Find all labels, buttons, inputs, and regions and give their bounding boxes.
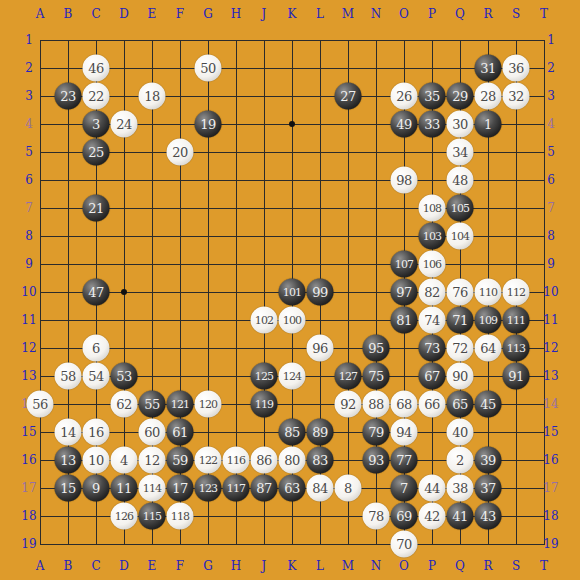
stone-white-88[interactable]: 88 (363, 391, 390, 418)
stone-number: 54 (88, 369, 104, 384)
stone-white-42[interactable]: 42 (419, 503, 446, 530)
stone-white-64[interactable]: 64 (475, 335, 502, 362)
stone-number: 124 (283, 370, 302, 383)
stone-white-90[interactable]: 90 (447, 363, 474, 390)
stone-number: 88 (368, 397, 384, 412)
stone-black-117[interactable]: 117 (223, 475, 250, 502)
stone-black-47[interactable]: 47 (83, 279, 110, 306)
row-label: 11 (543, 314, 558, 326)
row-label: 3 (547, 90, 555, 102)
stone-white-32[interactable]: 32 (503, 83, 530, 110)
row-label: 2 (25, 62, 33, 74)
stone-black-123[interactable]: 123 (195, 475, 222, 502)
stone-number: 79 (368, 425, 384, 440)
row-label: 2 (547, 62, 555, 74)
stone-number: 73 (424, 341, 440, 356)
stone-number: 103 (423, 230, 442, 243)
stone-number: 115 (143, 510, 162, 523)
stone-number: 76 (452, 285, 468, 300)
column-label: F (176, 560, 184, 572)
stone-number: 91 (508, 369, 524, 384)
stone-number: 90 (452, 369, 468, 384)
stone-number: 67 (424, 369, 440, 384)
stone-white-54[interactable]: 54 (83, 363, 110, 390)
stone-white-122[interactable]: 122 (195, 447, 222, 474)
stone-number: 43 (480, 509, 496, 524)
stone-number: 13 (60, 453, 76, 468)
stone-number: 63 (284, 481, 300, 496)
stone-white-60[interactable]: 60 (139, 419, 166, 446)
row-label: 7 (547, 202, 555, 214)
stone-white-92[interactable]: 92 (335, 391, 362, 418)
stone-number: 18 (144, 89, 160, 104)
stone-black-101[interactable]: 101 (279, 279, 306, 306)
column-label: J (262, 560, 267, 572)
row-label: 6 (25, 174, 33, 186)
stone-white-110[interactable]: 110 (475, 279, 502, 306)
stone-number: 105 (451, 202, 470, 215)
stone-number: 99 (312, 285, 328, 300)
stone-number: 78 (368, 509, 384, 524)
stone-number: 30 (452, 117, 468, 132)
stone-white-16[interactable]: 16 (83, 419, 110, 446)
stone-white-126[interactable]: 126 (111, 503, 138, 530)
stone-white-84[interactable]: 84 (307, 475, 334, 502)
stone-number: 106 (423, 258, 442, 271)
column-label: H (231, 8, 241, 20)
stone-white-106[interactable]: 106 (419, 251, 446, 278)
stone-white-74[interactable]: 74 (419, 307, 446, 334)
stone-white-100[interactable]: 100 (279, 307, 306, 334)
stone-number: 72 (452, 341, 468, 356)
stone-black-25[interactable]: 25 (83, 139, 110, 166)
column-label: R (483, 8, 492, 20)
stone-number: 68 (396, 397, 412, 412)
stone-white-94[interactable]: 94 (391, 419, 418, 446)
stone-number: 28 (480, 89, 496, 104)
column-label: B (64, 8, 73, 20)
stone-white-82[interactable]: 82 (419, 279, 446, 306)
column-label: N (371, 8, 382, 20)
row-label: 9 (25, 258, 33, 270)
stone-number: 121 (171, 398, 190, 411)
column-label: T (540, 8, 548, 20)
stone-black-103[interactable]: 103 (419, 223, 446, 250)
stone-number: 35 (424, 89, 440, 104)
stone-white-56[interactable]: 56 (27, 391, 54, 418)
stone-black-93[interactable]: 93 (363, 447, 390, 474)
stone-black-45[interactable]: 45 (475, 391, 502, 418)
row-label: 10 (21, 286, 36, 298)
column-label: S (512, 560, 520, 572)
stone-white-80[interactable]: 80 (279, 447, 306, 474)
stone-number: 98 (396, 173, 412, 188)
column-label: D (119, 8, 129, 20)
stone-black-87[interactable]: 87 (251, 475, 278, 502)
stone-black-85[interactable]: 85 (279, 419, 306, 446)
row-label: 13 (543, 370, 558, 382)
stone-number: 113 (507, 342, 526, 355)
stone-number: 55 (144, 397, 160, 412)
column-label: M (342, 560, 354, 572)
stone-white-68[interactable]: 68 (391, 391, 418, 418)
stone-number: 21 (88, 201, 104, 216)
stone-number: 37 (480, 481, 496, 496)
column-label: A (36, 8, 45, 20)
column-label: A (36, 560, 45, 572)
stone-black-83[interactable]: 83 (307, 447, 334, 474)
stone-number: 84 (312, 481, 328, 496)
stone-black-95[interactable]: 95 (363, 335, 390, 362)
stone-number: 92 (340, 397, 356, 412)
stone-number: 77 (396, 453, 412, 468)
stone-number: 126 (115, 510, 134, 523)
stone-number: 114 (143, 482, 162, 495)
column-label: C (91, 560, 100, 572)
stone-white-50[interactable]: 50 (195, 55, 222, 82)
stone-number: 38 (452, 481, 468, 496)
stone-number: 14 (60, 425, 76, 440)
stone-white-86[interactable]: 86 (251, 447, 278, 474)
column-label: Q (455, 8, 465, 20)
stone-number: 11 (116, 481, 132, 496)
stone-white-24[interactable]: 24 (111, 111, 138, 138)
stone-number: 24 (116, 117, 132, 132)
stone-white-102[interactable]: 102 (251, 307, 278, 334)
stone-black-97[interactable]: 97 (391, 279, 418, 306)
stone-black-119[interactable]: 119 (251, 391, 278, 418)
stone-number: 19 (200, 117, 216, 132)
stone-black-91[interactable]: 91 (503, 363, 530, 390)
stone-white-18[interactable]: 18 (139, 83, 166, 110)
stone-white-8[interactable]: 8 (335, 475, 362, 502)
row-label: 7 (25, 202, 33, 214)
stone-number: 100 (283, 314, 302, 327)
stone-number: 82 (424, 285, 440, 300)
stone-white-10[interactable]: 10 (83, 447, 110, 474)
column-label: L (316, 560, 324, 572)
grid-line-vertical (348, 40, 349, 545)
row-label: 3 (25, 90, 33, 102)
stone-number: 112 (507, 286, 526, 299)
stone-black-15[interactable]: 15 (55, 475, 82, 502)
grid-line-horizontal (40, 544, 545, 545)
stone-number: 3 (92, 117, 100, 132)
stone-number: 123 (199, 482, 218, 495)
row-label: 11 (21, 314, 36, 326)
stone-black-113[interactable]: 113 (503, 335, 530, 362)
stone-black-3[interactable]: 3 (83, 111, 110, 138)
row-label: 14 (543, 398, 558, 410)
stone-black-1[interactable]: 1 (475, 111, 502, 138)
column-label: R (483, 560, 492, 572)
stone-black-43[interactable]: 43 (475, 503, 502, 530)
stone-black-9[interactable]: 9 (83, 475, 110, 502)
stone-black-29[interactable]: 29 (447, 83, 474, 110)
stone-number: 81 (396, 313, 412, 328)
stone-white-14[interactable]: 14 (55, 419, 82, 446)
row-label: 6 (547, 174, 555, 186)
stone-black-17[interactable]: 17 (167, 475, 194, 502)
stone-number: 40 (452, 425, 468, 440)
column-label: J (262, 8, 267, 20)
stone-black-41[interactable]: 41 (447, 503, 474, 530)
column-label: G (203, 8, 213, 20)
stone-white-62[interactable]: 62 (111, 391, 138, 418)
column-label: N (371, 560, 382, 572)
stone-number: 102 (255, 314, 274, 327)
stone-number: 2 (456, 453, 464, 468)
stone-number: 12 (144, 453, 160, 468)
stone-black-53[interactable]: 53 (111, 363, 138, 390)
stone-number: 125 (255, 370, 274, 383)
stone-number: 8 (344, 481, 352, 496)
star-point (289, 121, 295, 127)
row-label: 4 (25, 118, 33, 130)
stone-black-71[interactable]: 71 (447, 307, 474, 334)
row-label: 5 (547, 146, 555, 158)
stone-number: 50 (200, 61, 216, 76)
stone-number: 83 (312, 453, 328, 468)
stone-number: 56 (32, 397, 48, 412)
column-label: O (399, 8, 409, 20)
stone-number: 26 (396, 89, 412, 104)
stone-number: 10 (88, 453, 104, 468)
stone-black-69[interactable]: 69 (391, 503, 418, 530)
stone-number: 80 (284, 453, 300, 468)
stone-number: 23 (60, 89, 76, 104)
stone-white-124[interactable]: 124 (279, 363, 306, 390)
row-label: 4 (547, 118, 555, 130)
stone-black-61[interactable]: 61 (167, 419, 194, 446)
column-label: E (148, 560, 157, 572)
stone-black-19[interactable]: 19 (195, 111, 222, 138)
row-label: 12 (21, 342, 36, 354)
row-label: 16 (543, 454, 558, 466)
stone-number: 32 (508, 89, 524, 104)
stone-white-108[interactable]: 108 (419, 195, 446, 222)
stone-black-39[interactable]: 39 (475, 447, 502, 474)
stone-white-96[interactable]: 96 (307, 335, 334, 362)
stone-white-104[interactable]: 104 (447, 223, 474, 250)
stone-number: 33 (424, 117, 440, 132)
stone-number: 42 (424, 509, 440, 524)
stone-number: 6 (92, 341, 100, 356)
row-label: 8 (547, 230, 555, 242)
stone-black-127[interactable]: 127 (335, 363, 362, 390)
stone-white-30[interactable]: 30 (447, 111, 474, 138)
stone-black-99[interactable]: 99 (307, 279, 334, 306)
go-board[interactable]: ABCDEFGHJKLMNOPQRST ABCDEFGHJKLMNOPQRST … (0, 0, 580, 580)
stone-black-33[interactable]: 33 (419, 111, 446, 138)
row-label: 18 (543, 510, 558, 522)
stone-number: 70 (396, 537, 412, 552)
stone-white-34[interactable]: 34 (447, 139, 474, 166)
row-label: 18 (21, 510, 36, 522)
row-label: 15 (21, 426, 36, 438)
column-label: C (91, 8, 100, 20)
stone-number: 9 (92, 481, 100, 496)
stone-white-4[interactable]: 4 (111, 447, 138, 474)
stone-white-2[interactable]: 2 (447, 447, 474, 474)
column-label: B (64, 560, 73, 572)
column-label: K (288, 8, 297, 20)
stone-white-20[interactable]: 20 (167, 139, 194, 166)
stone-number: 49 (396, 117, 412, 132)
stone-black-59[interactable]: 59 (167, 447, 194, 474)
stone-white-118[interactable]: 118 (167, 503, 194, 530)
stone-number: 116 (227, 454, 246, 467)
stone-black-55[interactable]: 55 (139, 391, 166, 418)
stone-black-35[interactable]: 35 (419, 83, 446, 110)
stone-white-22[interactable]: 22 (83, 83, 110, 110)
stone-number: 44 (424, 481, 440, 496)
stone-number: 58 (60, 369, 76, 384)
stone-number: 110 (479, 286, 498, 299)
row-label: 19 (543, 538, 558, 550)
row-label: 16 (21, 454, 36, 466)
stone-white-116[interactable]: 116 (223, 447, 250, 474)
stone-black-125[interactable]: 125 (251, 363, 278, 390)
stone-white-26[interactable]: 26 (391, 83, 418, 110)
row-label: 9 (547, 258, 555, 270)
stone-white-66[interactable]: 66 (419, 391, 446, 418)
stone-number: 39 (480, 453, 496, 468)
stone-black-77[interactable]: 77 (391, 447, 418, 474)
stone-number: 22 (88, 89, 104, 104)
stone-number: 53 (116, 369, 132, 384)
stone-white-6[interactable]: 6 (83, 335, 110, 362)
stone-black-11[interactable]: 11 (111, 475, 138, 502)
stone-white-98[interactable]: 98 (391, 167, 418, 194)
stone-white-48[interactable]: 48 (447, 167, 474, 194)
stone-black-79[interactable]: 79 (363, 419, 390, 446)
stone-number: 60 (144, 425, 160, 440)
stone-number: 7 (400, 481, 408, 496)
stone-number: 46 (88, 61, 104, 76)
stone-white-58[interactable]: 58 (55, 363, 82, 390)
column-label: L (316, 8, 324, 20)
stone-number: 71 (452, 313, 468, 328)
stone-number: 64 (480, 341, 496, 356)
stone-black-75[interactable]: 75 (363, 363, 390, 390)
stone-white-44[interactable]: 44 (419, 475, 446, 502)
stone-number: 62 (116, 397, 132, 412)
stone-black-37[interactable]: 37 (475, 475, 502, 502)
stone-number: 117 (227, 482, 246, 495)
stone-black-105[interactable]: 105 (447, 195, 474, 222)
column-label: P (428, 560, 436, 572)
stone-black-89[interactable]: 89 (307, 419, 334, 446)
row-label: 8 (25, 230, 33, 242)
stone-number: 101 (283, 286, 302, 299)
stone-black-31[interactable]: 31 (475, 55, 502, 82)
row-label: 5 (25, 146, 33, 158)
stone-number: 127 (339, 370, 358, 383)
stone-black-67[interactable]: 67 (419, 363, 446, 390)
stone-white-78[interactable]: 78 (363, 503, 390, 530)
stone-black-21[interactable]: 21 (83, 195, 110, 222)
stone-black-13[interactable]: 13 (55, 447, 82, 474)
stone-white-70[interactable]: 70 (391, 531, 418, 558)
row-label: 12 (543, 342, 558, 354)
stone-number: 4 (120, 453, 128, 468)
stone-white-120[interactable]: 120 (195, 391, 222, 418)
column-label: G (203, 560, 213, 572)
stone-white-40[interactable]: 40 (447, 419, 474, 446)
stone-number: 104 (451, 230, 470, 243)
stone-number: 96 (312, 341, 328, 356)
stone-white-36[interactable]: 36 (503, 55, 530, 82)
stone-number: 122 (199, 454, 218, 467)
star-point (121, 289, 127, 295)
stone-black-111[interactable]: 111 (503, 307, 530, 334)
stone-white-46[interactable]: 46 (83, 55, 110, 82)
stone-black-23[interactable]: 23 (55, 83, 82, 110)
stone-black-107[interactable]: 107 (391, 251, 418, 278)
stone-black-115[interactable]: 115 (139, 503, 166, 530)
stone-number: 93 (368, 453, 384, 468)
stone-number: 111 (507, 314, 526, 327)
stone-number: 20 (172, 145, 188, 160)
stone-number: 31 (480, 61, 496, 76)
stone-number: 65 (452, 397, 468, 412)
stone-white-38[interactable]: 38 (447, 475, 474, 502)
column-label: F (176, 8, 184, 20)
stone-white-72[interactable]: 72 (447, 335, 474, 362)
stone-black-81[interactable]: 81 (391, 307, 418, 334)
row-label: 13 (21, 370, 36, 382)
stone-number: 97 (396, 285, 412, 300)
stone-number: 86 (256, 453, 272, 468)
stone-black-7[interactable]: 7 (391, 475, 418, 502)
column-label: D (119, 560, 129, 572)
stone-number: 15 (60, 481, 76, 496)
stone-number: 25 (88, 145, 104, 160)
stone-number: 119 (255, 398, 274, 411)
stone-white-112[interactable]: 112 (503, 279, 530, 306)
stone-number: 107 (395, 258, 414, 271)
stone-number: 89 (312, 425, 328, 440)
column-label: M (342, 8, 354, 20)
stone-black-121[interactable]: 121 (167, 391, 194, 418)
row-label: 1 (547, 34, 555, 46)
stone-number: 61 (172, 425, 188, 440)
stone-black-109[interactable]: 109 (475, 307, 502, 334)
stone-number: 94 (396, 425, 412, 440)
stone-black-27[interactable]: 27 (335, 83, 362, 110)
stone-black-49[interactable]: 49 (391, 111, 418, 138)
stone-white-114[interactable]: 114 (139, 475, 166, 502)
stone-white-28[interactable]: 28 (475, 83, 502, 110)
stone-black-73[interactable]: 73 (419, 335, 446, 362)
column-label: S (512, 8, 520, 20)
stone-white-76[interactable]: 76 (447, 279, 474, 306)
stone-number: 47 (88, 285, 104, 300)
stone-number: 36 (508, 61, 524, 76)
stone-white-12[interactable]: 12 (139, 447, 166, 474)
stone-black-63[interactable]: 63 (279, 475, 306, 502)
row-label: 15 (543, 426, 558, 438)
stone-number: 16 (88, 425, 104, 440)
stone-black-65[interactable]: 65 (447, 391, 474, 418)
stone-number: 69 (396, 509, 412, 524)
stone-number: 34 (452, 145, 468, 160)
stone-number: 74 (424, 313, 440, 328)
stone-number: 45 (480, 397, 496, 412)
row-label: 1 (25, 34, 33, 46)
stone-number: 27 (340, 89, 356, 104)
